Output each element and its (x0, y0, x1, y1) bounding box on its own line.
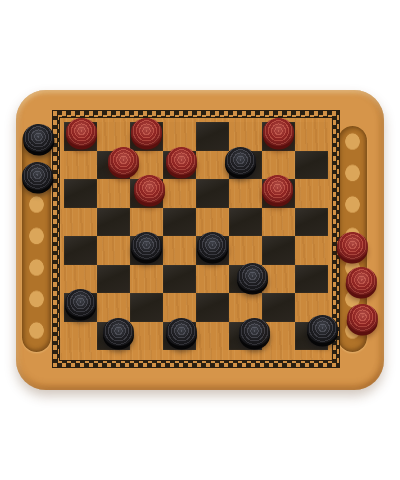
black-checker-piece-in-tray[interactable]: ● (21, 122, 55, 153)
square-r5c3[interactable]: ● (130, 236, 163, 265)
black-checker-piece[interactable]: ● (166, 318, 197, 346)
square-r6c2[interactable] (97, 265, 130, 294)
square-r3c4[interactable] (163, 179, 196, 208)
square-r3c7[interactable]: ● (262, 179, 295, 208)
square-r6c4[interactable] (163, 265, 196, 294)
square-r7c3[interactable] (130, 293, 163, 322)
black-checker-piece[interactable]: ● (307, 315, 338, 343)
red-checker-piece[interactable]: ● (262, 175, 293, 203)
square-r6c3[interactable] (130, 265, 163, 294)
square-r6c5[interactable] (196, 265, 229, 294)
square-r2c6[interactable]: ● (229, 151, 262, 180)
red-checker-piece-in-tray[interactable]: ● (345, 303, 378, 334)
square-r3c2[interactable] (97, 179, 130, 208)
square-r5c6[interactable] (229, 236, 262, 265)
square-r3c6[interactable] (229, 179, 262, 208)
square-r4c2[interactable] (97, 208, 130, 237)
square-r8c4[interactable]: ● (163, 322, 196, 351)
square-r8c3[interactable] (130, 322, 163, 351)
square-r4c6[interactable] (229, 208, 262, 237)
square-r6c8[interactable] (295, 265, 328, 294)
square-r3c8[interactable] (295, 179, 328, 208)
square-r4c1[interactable] (64, 208, 97, 237)
square-r5c4[interactable] (163, 236, 196, 265)
red-checker-piece[interactable]: ● (134, 175, 165, 203)
square-r1c1[interactable]: ● (64, 122, 97, 151)
square-r4c7[interactable] (262, 208, 295, 237)
red-checker-piece[interactable]: ● (263, 118, 294, 146)
red-checker-piece-in-tray[interactable]: ● (344, 266, 377, 297)
square-r2c4[interactable]: ● (163, 151, 196, 180)
square-r1c8[interactable] (295, 122, 328, 151)
square-r1c7[interactable]: ● (262, 122, 295, 151)
square-r2c8[interactable] (295, 151, 328, 180)
photo-canvas: ●●●●●●●●●●●●●●●● ●●●●● (0, 0, 400, 480)
red-checker-piece[interactable]: ● (131, 118, 162, 146)
square-r2c2[interactable]: ● (97, 151, 130, 180)
square-r8c8[interactable]: ● (295, 322, 328, 351)
square-r3c5[interactable] (196, 179, 229, 208)
black-checker-piece[interactable]: ● (225, 147, 256, 175)
square-r3c3[interactable]: ● (130, 179, 163, 208)
square-r8c1[interactable] (64, 322, 97, 351)
red-checker-piece[interactable]: ● (66, 118, 97, 146)
checkers-board: ●●●●●●●●●●●●●●●● ●●●●● (16, 90, 384, 390)
square-r5c5[interactable]: ● (196, 236, 229, 265)
square-r6c6[interactable]: ● (229, 265, 262, 294)
square-r8c5[interactable] (196, 322, 229, 351)
square-r6c7[interactable] (262, 265, 295, 294)
black-checker-piece-in-tray[interactable]: ● (20, 160, 54, 191)
square-r3c1[interactable] (64, 179, 97, 208)
square-r8c6[interactable]: ● (229, 322, 262, 351)
red-checker-piece[interactable]: ● (166, 147, 197, 175)
black-checker-piece[interactable]: ● (131, 232, 162, 260)
square-r8c2[interactable]: ● (97, 322, 130, 351)
square-r7c1[interactable]: ● (64, 293, 97, 322)
board-grid: ●●●●●●●●●●●●●●●● (64, 122, 328, 350)
square-r4c8[interactable] (295, 208, 328, 237)
square-r2c1[interactable] (64, 151, 97, 180)
square-r8c7[interactable] (262, 322, 295, 351)
square-r5c7[interactable] (262, 236, 295, 265)
square-r5c2[interactable] (97, 236, 130, 265)
black-checker-piece[interactable]: ● (197, 232, 228, 260)
black-checker-piece[interactable]: ● (65, 289, 96, 317)
red-checker-piece-in-tray[interactable]: ● (335, 231, 368, 262)
square-r5c8[interactable] (295, 236, 328, 265)
square-r7c5[interactable] (196, 293, 229, 322)
square-r4c4[interactable] (163, 208, 196, 237)
square-r5c1[interactable] (64, 236, 97, 265)
